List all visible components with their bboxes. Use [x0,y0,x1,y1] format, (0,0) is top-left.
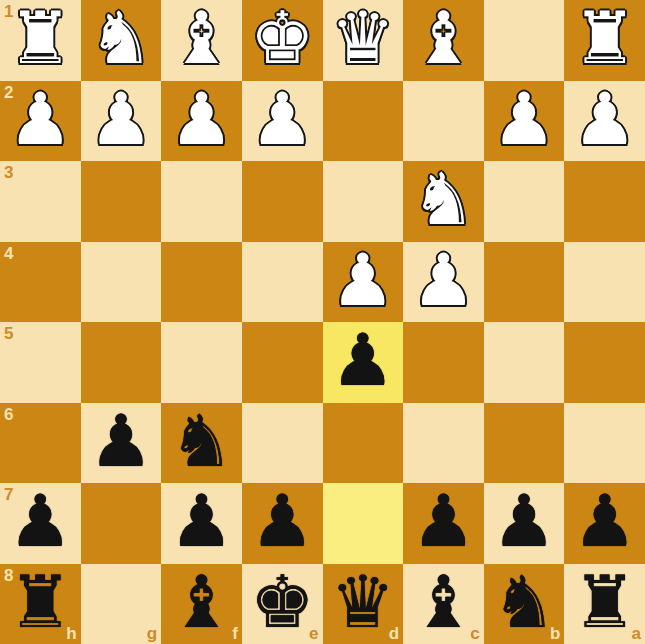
black-pawn-piece[interactable]: ♟ [89,405,154,477]
square-f1[interactable]: ♝ [161,0,242,81]
square-f6[interactable]: ♞ [161,403,242,484]
file-label-g: g [147,625,157,642]
square-e4[interactable] [242,242,323,323]
square-g8[interactable]: g [81,564,162,644]
square-a1[interactable]: ♜ [564,0,645,81]
square-e6[interactable] [242,403,323,484]
rank-label-5: 5 [4,325,13,342]
square-e1[interactable]: ♚ [242,0,323,81]
square-c6[interactable] [403,403,484,484]
black-pawn-piece[interactable]: ♟ [331,324,396,396]
square-d3[interactable] [323,161,404,242]
square-f4[interactable] [161,242,242,323]
square-h4[interactable]: 4 [0,242,81,323]
square-g1[interactable]: ♞ [81,0,162,81]
square-b4[interactable] [484,242,565,323]
square-g4[interactable] [81,242,162,323]
square-d8[interactable]: d♛ [323,564,404,644]
square-a6[interactable] [564,403,645,484]
black-rook-piece[interactable]: ♜ [572,566,637,638]
rank-label-4: 4 [4,245,13,262]
square-h7[interactable]: 7♟ [0,483,81,564]
square-f5[interactable] [161,322,242,403]
square-e2[interactable]: ♟ [242,81,323,162]
square-h3[interactable]: 3 [0,161,81,242]
square-a2[interactable]: ♟ [564,81,645,162]
square-a5[interactable] [564,322,645,403]
square-a4[interactable] [564,242,645,323]
square-e8[interactable]: e♚ [242,564,323,644]
square-g5[interactable] [81,322,162,403]
white-knight-piece[interactable]: ♞ [411,163,476,235]
chess-board: 1♜♞♝♚♛♝♜2♟♟♟♟♟♟3♞4♟♟5♟6♟♞7♟♟♟♟♟♟8h♜gf♝e♚… [0,0,645,644]
square-d6[interactable] [323,403,404,484]
black-king-piece[interactable]: ♚ [250,566,315,638]
square-b3[interactable] [484,161,565,242]
square-d5[interactable]: ♟ [323,322,404,403]
white-pawn-piece[interactable]: ♟ [492,83,557,155]
white-bishop-piece[interactable]: ♝ [169,2,234,74]
black-pawn-piece[interactable]: ♟ [411,485,476,557]
square-f2[interactable]: ♟ [161,81,242,162]
square-e3[interactable] [242,161,323,242]
white-pawn-piece[interactable]: ♟ [169,83,234,155]
black-rook-piece[interactable]: ♜ [8,566,73,638]
square-c2[interactable] [403,81,484,162]
white-pawn-piece[interactable]: ♟ [331,244,396,316]
black-bishop-piece[interactable]: ♝ [169,566,234,638]
square-g6[interactable]: ♟ [81,403,162,484]
black-knight-piece[interactable]: ♞ [492,566,557,638]
square-g2[interactable]: ♟ [81,81,162,162]
white-bishop-piece[interactable]: ♝ [411,2,476,74]
square-g3[interactable] [81,161,162,242]
white-pawn-piece[interactable]: ♟ [411,244,476,316]
white-knight-piece[interactable]: ♞ [89,2,154,74]
white-queen-piece[interactable]: ♛ [331,2,396,74]
square-e7[interactable]: ♟ [242,483,323,564]
square-a8[interactable]: a♜ [564,564,645,644]
square-c5[interactable] [403,322,484,403]
square-f7[interactable]: ♟ [161,483,242,564]
square-g7[interactable] [81,483,162,564]
square-b7[interactable]: ♟ [484,483,565,564]
square-c8[interactable]: c♝ [403,564,484,644]
square-f3[interactable] [161,161,242,242]
white-pawn-piece[interactable]: ♟ [89,83,154,155]
square-c4[interactable]: ♟ [403,242,484,323]
square-c1[interactable]: ♝ [403,0,484,81]
rank-label-6: 6 [4,406,13,423]
white-king-piece[interactable]: ♚ [250,2,315,74]
white-pawn-piece[interactable]: ♟ [8,83,73,155]
square-f8[interactable]: f♝ [161,564,242,644]
square-d7[interactable] [323,483,404,564]
white-pawn-piece[interactable]: ♟ [250,83,315,155]
square-h8[interactable]: 8h♜ [0,564,81,644]
square-b1[interactable] [484,0,565,81]
square-d4[interactable]: ♟ [323,242,404,323]
square-h1[interactable]: 1♜ [0,0,81,81]
square-b2[interactable]: ♟ [484,81,565,162]
square-a3[interactable] [564,161,645,242]
square-c3[interactable]: ♞ [403,161,484,242]
rank-label-3: 3 [4,164,13,181]
square-b6[interactable] [484,403,565,484]
black-pawn-piece[interactable]: ♟ [492,485,557,557]
square-b5[interactable] [484,322,565,403]
white-rook-piece[interactable]: ♜ [572,2,637,74]
square-d2[interactable] [323,81,404,162]
square-e5[interactable] [242,322,323,403]
black-pawn-piece[interactable]: ♟ [169,485,234,557]
square-c7[interactable]: ♟ [403,483,484,564]
black-pawn-piece[interactable]: ♟ [250,485,315,557]
black-bishop-piece[interactable]: ♝ [411,566,476,638]
square-h5[interactable]: 5 [0,322,81,403]
black-pawn-piece[interactable]: ♟ [572,485,637,557]
square-h6[interactable]: 6 [0,403,81,484]
white-rook-piece[interactable]: ♜ [8,2,73,74]
square-a7[interactable]: ♟ [564,483,645,564]
black-knight-piece[interactable]: ♞ [169,405,234,477]
black-pawn-piece[interactable]: ♟ [8,485,73,557]
square-b8[interactable]: b♞ [484,564,565,644]
square-h2[interactable]: 2♟ [0,81,81,162]
chess-board-wrap: 1♜♞♝♚♛♝♜2♟♟♟♟♟♟3♞4♟♟5♟6♟♞7♟♟♟♟♟♟8h♜gf♝e♚… [0,0,645,644]
black-queen-piece[interactable]: ♛ [331,566,396,638]
square-d1[interactable]: ♛ [323,0,404,81]
white-pawn-piece[interactable]: ♟ [572,83,637,155]
